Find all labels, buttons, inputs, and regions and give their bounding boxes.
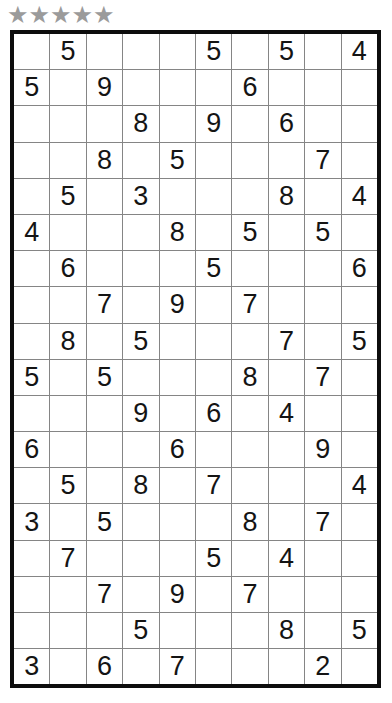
cell-r7c7[interactable] [232, 251, 267, 286]
cell-r1c2[interactable]: 5 [50, 34, 85, 69]
cell-r14c4[interactable] [123, 504, 158, 539]
cell-r10c5[interactable] [160, 360, 195, 395]
cell-r2c2[interactable] [50, 70, 85, 105]
cell-r2c3[interactable]: 9 [87, 70, 122, 105]
cell-r11c7[interactable] [232, 396, 267, 431]
cell-r11c10[interactable] [342, 396, 377, 431]
cell-r11c4[interactable]: 9 [123, 396, 158, 431]
cell-r11c1[interactable] [14, 396, 49, 431]
cell-r6c7[interactable]: 5 [232, 215, 267, 250]
cell-r6c8[interactable] [269, 215, 304, 250]
cell-r10c4[interactable] [123, 360, 158, 395]
difficulty-rating: ★★★★★ [7, 1, 115, 29]
cell-r5c2[interactable]: 5 [50, 179, 85, 214]
cell-r16c5[interactable]: 9 [160, 577, 195, 612]
cell-r10c1[interactable]: 5 [14, 360, 49, 395]
cell-r5c10[interactable]: 4 [342, 179, 377, 214]
cell-r2c6[interactable] [196, 70, 231, 105]
cell-r12c4[interactable] [123, 432, 158, 467]
cell-r12c2[interactable] [50, 432, 85, 467]
cell-r9c6[interactable] [196, 324, 231, 359]
cell-r12c1[interactable]: 6 [14, 432, 49, 467]
cell-r18c6[interactable] [196, 649, 231, 684]
cell-r4c10[interactable] [342, 143, 377, 178]
cell-r8c8[interactable] [269, 287, 304, 322]
cell-r4c1[interactable] [14, 143, 49, 178]
cell-r12c9[interactable]: 9 [305, 432, 340, 467]
cell-r11c3[interactable] [87, 396, 122, 431]
cell-r8c7[interactable]: 7 [232, 287, 267, 322]
cell-r17c4[interactable]: 5 [123, 613, 158, 648]
cell-r16c7[interactable]: 7 [232, 577, 267, 612]
cell-r4c6[interactable] [196, 143, 231, 178]
cell-r13c1[interactable] [14, 468, 49, 503]
cell-r3c2[interactable] [50, 106, 85, 141]
cell-r18c2[interactable] [50, 649, 85, 684]
cell-r17c2[interactable] [50, 613, 85, 648]
cell-r15c6[interactable]: 5 [196, 541, 231, 576]
cell-r8c5[interactable]: 9 [160, 287, 195, 322]
cell-r10c3[interactable]: 5 [87, 360, 122, 395]
star-icon: ★ [7, 1, 29, 29]
cell-r12c3[interactable] [87, 432, 122, 467]
cell-r10c2[interactable] [50, 360, 85, 395]
cell-r12c7[interactable] [232, 432, 267, 467]
cell-r5c5[interactable] [160, 179, 195, 214]
cell-r4c4[interactable] [123, 143, 158, 178]
cell-r14c1[interactable]: 3 [14, 504, 49, 539]
cell-r9c1[interactable] [14, 324, 49, 359]
cell-r1c7[interactable] [232, 34, 267, 69]
star-icon: ★ [93, 1, 115, 29]
cell-r16c1[interactable] [14, 577, 49, 612]
cell-r17c3[interactable] [87, 613, 122, 648]
cell-r7c10[interactable]: 6 [342, 251, 377, 286]
cell-r1c10[interactable]: 4 [342, 34, 377, 69]
cell-r9c3[interactable] [87, 324, 122, 359]
cell-r17c6[interactable] [196, 613, 231, 648]
cell-r6c9[interactable]: 5 [305, 215, 340, 250]
cell-r1c5[interactable] [160, 34, 195, 69]
cell-r16c4[interactable] [123, 577, 158, 612]
cell-r4c5[interactable]: 5 [160, 143, 195, 178]
cell-r2c7[interactable]: 6 [232, 70, 267, 105]
cell-r7c2[interactable]: 6 [50, 251, 85, 286]
cell-r18c4[interactable] [123, 649, 158, 684]
cell-r6c1[interactable]: 4 [14, 215, 49, 250]
cell-r14c5[interactable] [160, 504, 195, 539]
cell-r1c3[interactable] [87, 34, 122, 69]
cell-r14c8[interactable] [269, 504, 304, 539]
cell-r4c8[interactable] [269, 143, 304, 178]
cell-r14c3[interactable]: 5 [87, 504, 122, 539]
cell-r2c8[interactable] [269, 70, 304, 105]
cell-r8c9[interactable] [305, 287, 340, 322]
cell-r17c10[interactable]: 5 [342, 613, 377, 648]
cell-r7c9[interactable] [305, 251, 340, 286]
cell-r13c6[interactable]: 7 [196, 468, 231, 503]
cell-r9c4[interactable]: 5 [123, 324, 158, 359]
cell-r16c10[interactable] [342, 577, 377, 612]
cell-r18c10[interactable] [342, 649, 377, 684]
cell-r2c4[interactable] [123, 70, 158, 105]
cell-r11c2[interactable] [50, 396, 85, 431]
cell-r5c1[interactable] [14, 179, 49, 214]
cell-r15c5[interactable] [160, 541, 195, 576]
cell-r13c2[interactable]: 5 [50, 468, 85, 503]
cell-r3c7[interactable] [232, 106, 267, 141]
cell-r15c4[interactable] [123, 541, 158, 576]
cell-r3c8[interactable]: 6 [269, 106, 304, 141]
cell-r18c8[interactable] [269, 649, 304, 684]
cell-r13c9[interactable] [305, 468, 340, 503]
cell-r13c3[interactable] [87, 468, 122, 503]
cell-r16c2[interactable] [50, 577, 85, 612]
cell-r6c4[interactable] [123, 215, 158, 250]
cell-r7c4[interactable] [123, 251, 158, 286]
cell-r15c9[interactable] [305, 541, 340, 576]
puzzle-grid: 5554596896857538448556567978575558796466… [10, 30, 381, 688]
cell-r5c9[interactable] [305, 179, 340, 214]
cell-r16c8[interactable] [269, 577, 304, 612]
cell-r10c8[interactable] [269, 360, 304, 395]
cell-r3c9[interactable] [305, 106, 340, 141]
cell-r5c7[interactable] [232, 179, 267, 214]
cell-r9c5[interactable] [160, 324, 195, 359]
cell-r7c8[interactable] [269, 251, 304, 286]
cell-r16c9[interactable] [305, 577, 340, 612]
cell-r2c10[interactable] [342, 70, 377, 105]
cell-r8c3[interactable]: 7 [87, 287, 122, 322]
cell-r12c8[interactable] [269, 432, 304, 467]
cell-r4c7[interactable] [232, 143, 267, 178]
cell-r3c6[interactable]: 9 [196, 106, 231, 141]
cell-r7c3[interactable] [87, 251, 122, 286]
cell-r9c8[interactable]: 7 [269, 324, 304, 359]
cell-r3c1[interactable] [14, 106, 49, 141]
cell-r17c9[interactable] [305, 613, 340, 648]
cell-r9c10[interactable]: 5 [342, 324, 377, 359]
cell-r6c10[interactable] [342, 215, 377, 250]
star-icon: ★ [50, 1, 72, 29]
cell-r15c7[interactable] [232, 541, 267, 576]
cell-r1c4[interactable] [123, 34, 158, 69]
cell-r4c2[interactable] [50, 143, 85, 178]
cell-r13c5[interactable] [160, 468, 195, 503]
cell-r7c1[interactable] [14, 251, 49, 286]
cell-r14c9[interactable]: 7 [305, 504, 340, 539]
cell-r9c9[interactable] [305, 324, 340, 359]
cell-r1c9[interactable] [305, 34, 340, 69]
cell-r8c10[interactable] [342, 287, 377, 322]
cell-r17c1[interactable] [14, 613, 49, 648]
cell-r8c4[interactable] [123, 287, 158, 322]
cell-r3c10[interactable] [342, 106, 377, 141]
cell-r7c6[interactable]: 5 [196, 251, 231, 286]
cell-r3c4[interactable]: 8 [123, 106, 158, 141]
cell-r15c2[interactable]: 7 [50, 541, 85, 576]
cell-r17c8[interactable]: 8 [269, 613, 304, 648]
cell-r7c5[interactable] [160, 251, 195, 286]
cell-r2c1[interactable]: 5 [14, 70, 49, 105]
cell-r18c7[interactable] [232, 649, 267, 684]
cell-r18c5[interactable]: 7 [160, 649, 195, 684]
cell-r9c2[interactable]: 8 [50, 324, 85, 359]
cell-r14c2[interactable] [50, 504, 85, 539]
cell-r8c6[interactable] [196, 287, 231, 322]
cell-r11c6[interactable]: 6 [196, 396, 231, 431]
cell-r6c2[interactable] [50, 215, 85, 250]
cell-r13c10[interactable]: 4 [342, 468, 377, 503]
cell-r15c3[interactable] [87, 541, 122, 576]
cell-r18c3[interactable]: 6 [87, 649, 122, 684]
cell-r13c7[interactable] [232, 468, 267, 503]
cell-r15c10[interactable] [342, 541, 377, 576]
cell-r5c3[interactable] [87, 179, 122, 214]
cell-r11c9[interactable] [305, 396, 340, 431]
cell-r3c3[interactable] [87, 106, 122, 141]
star-icon: ★ [72, 1, 94, 29]
cell-r2c9[interactable] [305, 70, 340, 105]
cell-r12c6[interactable] [196, 432, 231, 467]
cell-r18c1[interactable]: 3 [14, 649, 49, 684]
cell-r5c8[interactable]: 8 [269, 179, 304, 214]
cell-r15c8[interactable]: 4 [269, 541, 304, 576]
cell-r8c1[interactable] [14, 287, 49, 322]
cell-r9c7[interactable] [232, 324, 267, 359]
cell-r1c1[interactable] [14, 34, 49, 69]
cell-r16c6[interactable] [196, 577, 231, 612]
cell-r16c3[interactable]: 7 [87, 577, 122, 612]
cell-r10c9[interactable]: 7 [305, 360, 340, 395]
cell-r5c4[interactable]: 3 [123, 179, 158, 214]
cell-r15c1[interactable] [14, 541, 49, 576]
cell-r3c5[interactable] [160, 106, 195, 141]
cell-r10c6[interactable] [196, 360, 231, 395]
cell-r4c9[interactable]: 7 [305, 143, 340, 178]
star-icon: ★ [29, 1, 51, 29]
cell-r13c4[interactable]: 8 [123, 468, 158, 503]
cell-r5c6[interactable] [196, 179, 231, 214]
cell-r2c5[interactable] [160, 70, 195, 105]
cell-r13c8[interactable] [269, 468, 304, 503]
cell-r12c5[interactable]: 6 [160, 432, 195, 467]
cell-r1c6[interactable]: 5 [196, 34, 231, 69]
cell-r10c10[interactable] [342, 360, 377, 395]
cell-r17c5[interactable] [160, 613, 195, 648]
cell-r10c7[interactable]: 8 [232, 360, 267, 395]
cell-r11c8[interactable]: 4 [269, 396, 304, 431]
cell-r8c2[interactable] [50, 287, 85, 322]
puzzle-page: ★★★★★ 5554596896857538448556567978575558… [0, 0, 392, 703]
cell-r14c10[interactable] [342, 504, 377, 539]
cell-r6c3[interactable] [87, 215, 122, 250]
cell-r1c8[interactable]: 5 [269, 34, 304, 69]
cell-r4c3[interactable]: 8 [87, 143, 122, 178]
cell-r6c6[interactable] [196, 215, 231, 250]
cell-r17c7[interactable] [232, 613, 267, 648]
cell-r12c10[interactable] [342, 432, 377, 467]
cell-r11c5[interactable] [160, 396, 195, 431]
cell-r18c9[interactable]: 2 [305, 649, 340, 684]
cell-r6c5[interactable]: 8 [160, 215, 195, 250]
cell-r14c7[interactable]: 8 [232, 504, 267, 539]
cell-r14c6[interactable] [196, 504, 231, 539]
